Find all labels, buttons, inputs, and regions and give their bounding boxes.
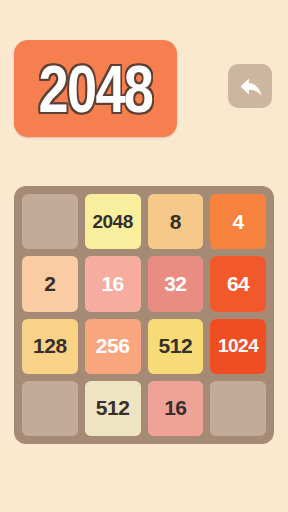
board-cell: 4 (210, 194, 266, 249)
board-cell: 2048 (85, 194, 141, 249)
tile: 2 (22, 256, 78, 311)
undo-arrow-icon (237, 73, 264, 100)
tile: 1024 (210, 319, 266, 374)
tile: 4 (210, 194, 266, 249)
tile: 32 (148, 256, 204, 311)
game-logo: 2048 (14, 40, 177, 137)
board-cell: 2 (22, 256, 78, 311)
app-screen: 2048 2048842163264128256512102451216 (0, 0, 288, 512)
tile: 64 (210, 256, 266, 311)
board-cell: 8 (148, 194, 204, 249)
tile: 128 (22, 319, 78, 374)
board-cell: 512 (85, 381, 141, 436)
board-cell: 256 (85, 319, 141, 374)
board-cell: 32 (148, 256, 204, 311)
undo-button[interactable] (228, 64, 272, 108)
tile: 256 (85, 319, 141, 374)
game-board[interactable]: 2048842163264128256512102451216 (14, 186, 274, 444)
board-cell: 16 (85, 256, 141, 311)
board-cell (22, 381, 78, 436)
board-cell: 128 (22, 319, 78, 374)
tile: 512 (85, 381, 141, 436)
tile: 16 (148, 381, 204, 436)
board-cell: 512 (148, 319, 204, 374)
game-logo-text: 2048 (39, 56, 153, 122)
board-cell (22, 194, 78, 249)
tile: 16 (85, 256, 141, 311)
tile: 512 (148, 319, 204, 374)
board-cell: 64 (210, 256, 266, 311)
board-cell: 16 (148, 381, 204, 436)
board-cell: 1024 (210, 319, 266, 374)
tile: 8 (148, 194, 204, 249)
tile: 2048 (85, 194, 141, 249)
board-cell (210, 381, 266, 436)
